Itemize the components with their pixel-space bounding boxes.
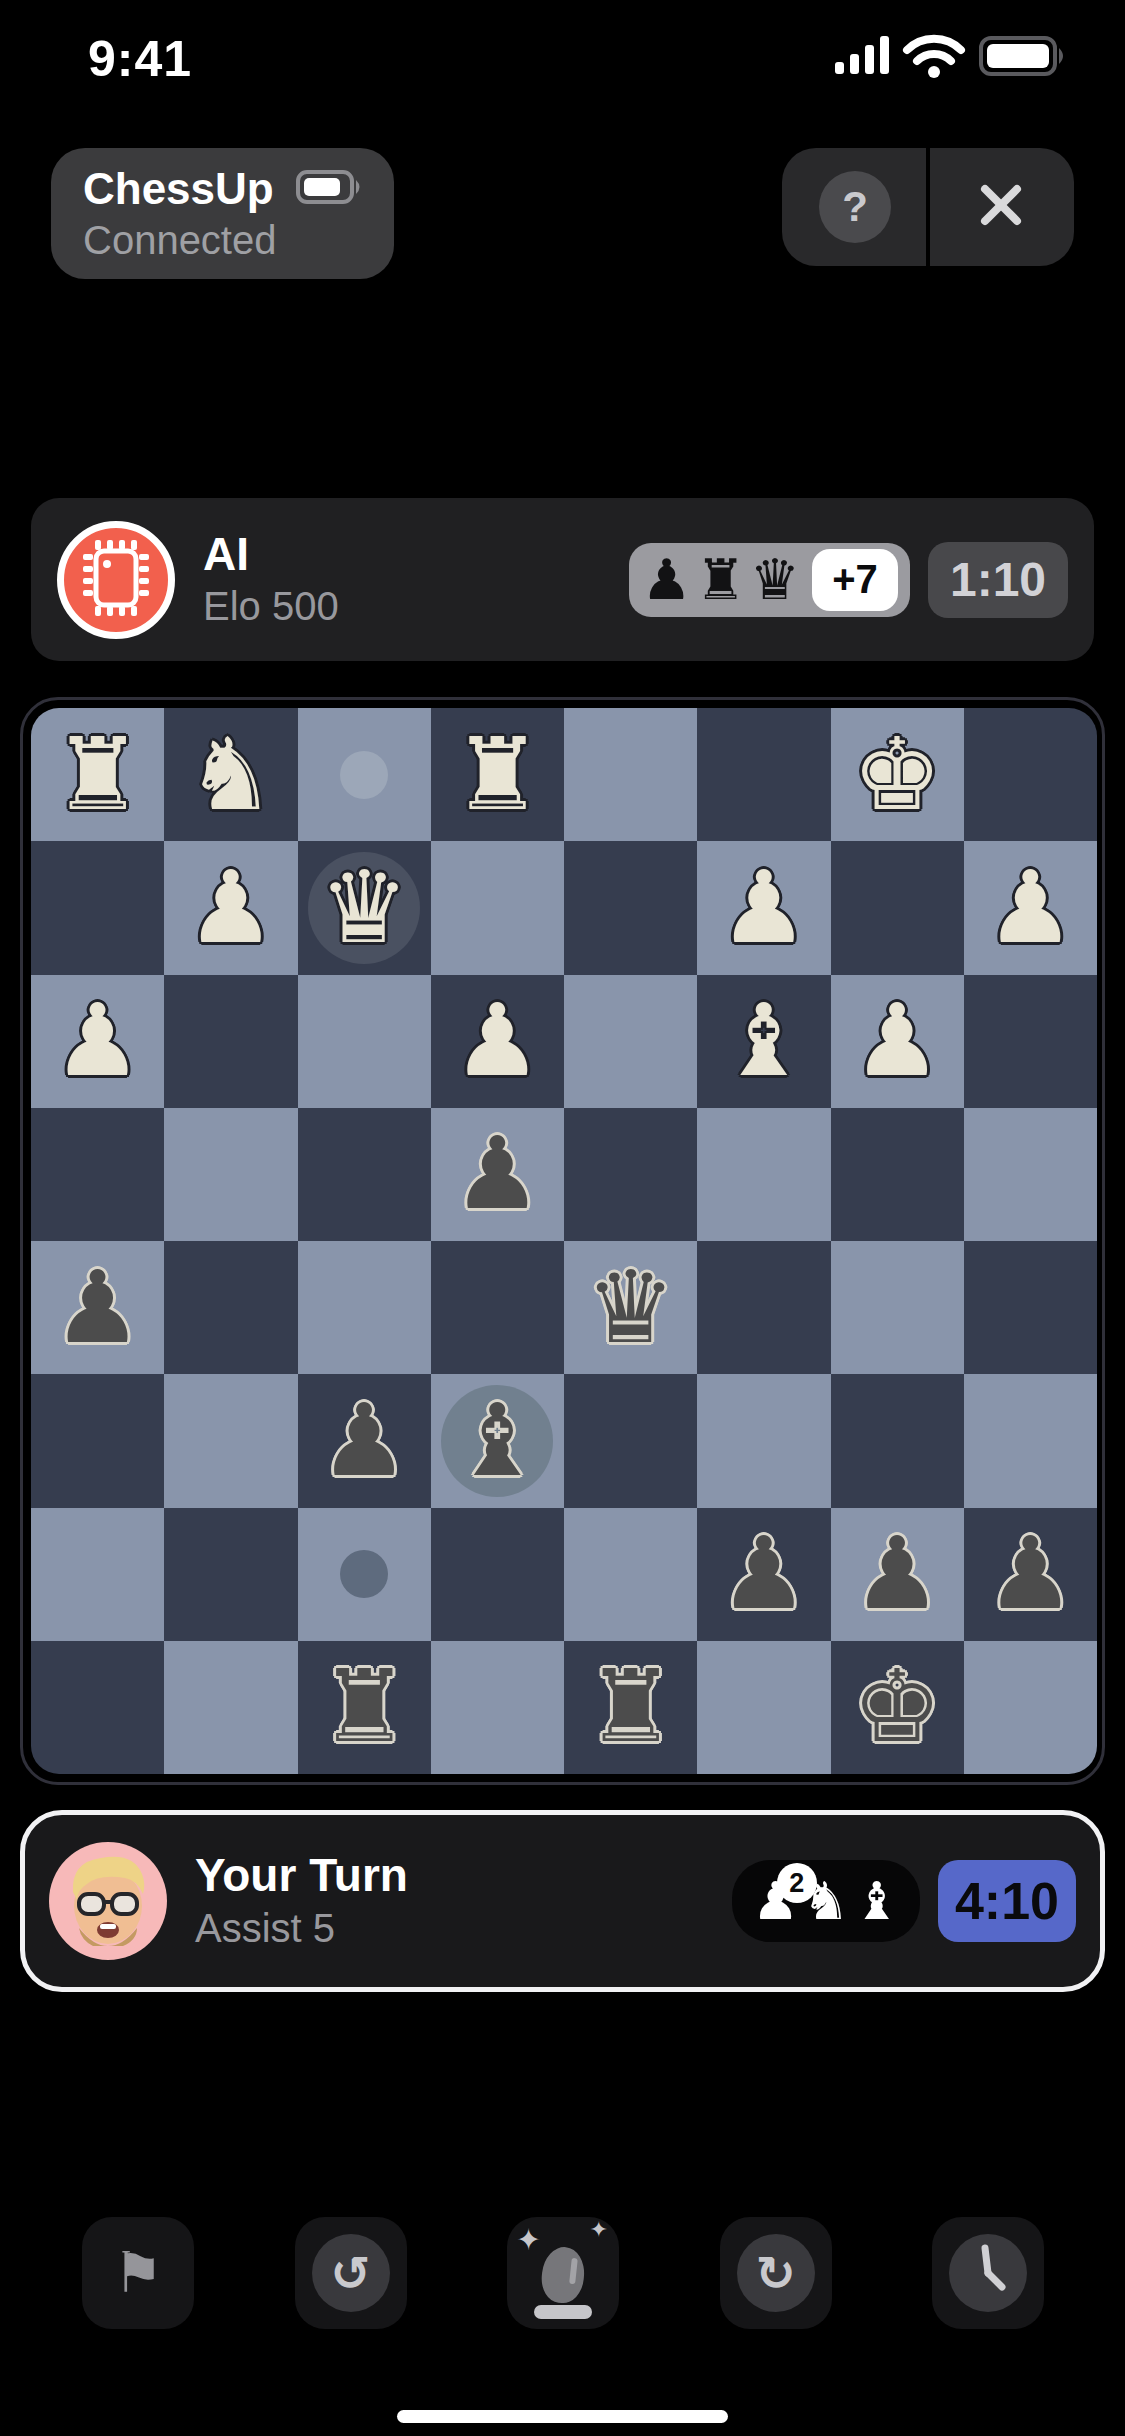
- help-button[interactable]: ?: [782, 148, 928, 266]
- square-f6[interactable]: ♟: [298, 1374, 431, 1507]
- square-e2[interactable]: [431, 841, 564, 974]
- square-g7[interactable]: [164, 1508, 297, 1641]
- player-turn-label: Your Turn: [195, 1851, 408, 1899]
- piece-bP-c7[interactable]: ♟: [719, 1524, 809, 1624]
- divider: [926, 148, 930, 266]
- piece-bP-e4[interactable]: ♟: [453, 1124, 543, 1224]
- square-d8[interactable]: ♜: [564, 1641, 697, 1774]
- piece-wP-c2[interactable]: ♟: [719, 858, 809, 958]
- redo-button[interactable]: ↻: [720, 2217, 832, 2329]
- piece-wB-c3[interactable]: ♝: [719, 991, 809, 1091]
- piece-bP-f6[interactable]: ♟: [319, 1391, 409, 1491]
- piece-wN-g1[interactable]: ♞: [186, 725, 276, 825]
- square-h7[interactable]: [31, 1508, 164, 1641]
- square-a1[interactable]: [964, 708, 1097, 841]
- square-g6[interactable]: [164, 1374, 297, 1507]
- square-g1[interactable]: ♞: [164, 708, 297, 841]
- captured-rook-icon: ♜: [696, 552, 746, 608]
- piece-wP-e3[interactable]: ♟: [453, 991, 543, 1091]
- square-g4[interactable]: [164, 1108, 297, 1241]
- square-e5[interactable]: [431, 1241, 564, 1374]
- captured-pawn-icon: ♟: [641, 552, 691, 608]
- square-f1[interactable]: [298, 708, 431, 841]
- player-captured-tray: ♟2♞♝: [732, 1860, 920, 1942]
- square-c7[interactable]: ♟: [697, 1508, 830, 1641]
- wifi-icon: [907, 39, 961, 61]
- square-c6[interactable]: [697, 1374, 830, 1507]
- player-assist-level: Assist 5: [195, 1906, 408, 1951]
- status-time: 9:41: [88, 30, 192, 88]
- material-advantage-badge: +7: [812, 549, 898, 611]
- square-b4[interactable]: [831, 1108, 964, 1241]
- piece-wQ-f2[interactable]: ♛: [319, 858, 409, 958]
- piece-bP-h5[interactable]: ♟: [53, 1258, 143, 1358]
- square-h1[interactable]: ♜: [31, 708, 164, 841]
- square-c3[interactable]: ♝: [697, 975, 830, 1108]
- square-b8[interactable]: ♚: [831, 1641, 964, 1774]
- opponent-clock: 1:10: [928, 542, 1068, 618]
- opponent-avatar[interactable]: [57, 521, 175, 639]
- device-status-pill[interactable]: ChessUp Connected: [51, 148, 394, 279]
- square-a7[interactable]: ♟: [964, 1508, 1097, 1641]
- piece-wP-b3[interactable]: ♟: [852, 991, 942, 1091]
- square-f4[interactable]: [298, 1108, 431, 1241]
- square-b3[interactable]: ♟: [831, 975, 964, 1108]
- square-d3[interactable]: [564, 975, 697, 1108]
- hint-button[interactable]: ✦ ✦: [507, 2217, 619, 2329]
- square-d7[interactable]: [564, 1508, 697, 1641]
- player-captured-pieces: ♟2♞♝: [752, 1875, 900, 1927]
- square-e3[interactable]: ♟: [431, 975, 564, 1108]
- board-shell: ♜♞♜♚♟♛♟♟♟♟♝♟♟♟♛♟♝♟♟♟♜♜♚: [20, 697, 1105, 1785]
- captured-pawn-icon: ♟2: [752, 1875, 799, 1927]
- square-d2[interactable]: [564, 841, 697, 974]
- device-battery-icon: [296, 170, 362, 208]
- opponent-captured-pieces: ♟♜♛: [641, 552, 800, 608]
- piece-bP-a7[interactable]: ♟: [986, 1524, 1076, 1624]
- square-c1[interactable]: [697, 708, 830, 841]
- square-a4[interactable]: [964, 1108, 1097, 1241]
- square-a5[interactable]: [964, 1241, 1097, 1374]
- square-f3[interactable]: [298, 975, 431, 1108]
- header: ChessUp Connected ?: [51, 148, 1074, 279]
- undo-button[interactable]: ↺: [295, 2217, 407, 2329]
- piece-bR-d8[interactable]: ♜: [586, 1657, 676, 1757]
- square-f8[interactable]: ♜: [298, 1641, 431, 1774]
- square-g2[interactable]: ♟: [164, 841, 297, 974]
- square-e6[interactable]: ♝: [431, 1374, 564, 1507]
- question-icon: ?: [819, 171, 891, 243]
- captured-queen-icon: ♛: [750, 552, 800, 608]
- captured-bishop-icon: ♝: [853, 1875, 900, 1927]
- move-hint-dot: [340, 751, 388, 799]
- player-avatar[interactable]: [49, 1842, 167, 1960]
- square-h2[interactable]: [31, 841, 164, 974]
- piece-wP-g2[interactable]: ♟: [186, 858, 276, 958]
- device-name: ChessUp: [83, 164, 274, 214]
- square-h5[interactable]: ♟: [31, 1241, 164, 1374]
- battery-icon: [981, 38, 1063, 74]
- square-g8[interactable]: [164, 1641, 297, 1774]
- square-e1[interactable]: ♜: [431, 708, 564, 841]
- square-b7[interactable]: ♟: [831, 1508, 964, 1641]
- square-h6[interactable]: [31, 1374, 164, 1507]
- piece-wP-a2[interactable]: ♟: [986, 858, 1076, 958]
- square-d5[interactable]: ♛: [564, 1241, 697, 1374]
- close-button[interactable]: [928, 148, 1074, 266]
- square-b2[interactable]: [831, 841, 964, 974]
- status-icons: [835, 34, 1075, 84]
- undo-icon: ↺: [312, 2234, 390, 2312]
- square-b1[interactable]: ♚: [831, 708, 964, 841]
- square-d4[interactable]: [564, 1108, 697, 1241]
- redo-icon: ↻: [737, 2234, 815, 2312]
- square-b5[interactable]: [831, 1241, 964, 1374]
- square-d6[interactable]: [564, 1374, 697, 1507]
- piece-bB-e6[interactable]: ♝: [453, 1391, 543, 1491]
- square-f5[interactable]: [298, 1241, 431, 1374]
- memoji-avatar-icon: [49, 1842, 167, 1960]
- player-card: Your Turn Assist 5 ♟2♞♝ 4:10: [20, 1810, 1105, 1992]
- square-a3[interactable]: [964, 975, 1097, 1108]
- piece-wR-e1[interactable]: ♜: [453, 725, 543, 825]
- square-c2[interactable]: ♟: [697, 841, 830, 974]
- square-d1[interactable]: [564, 708, 697, 841]
- square-b6[interactable]: [831, 1374, 964, 1507]
- captured-knight-icon: ♞: [803, 1875, 850, 1927]
- square-h3[interactable]: ♟: [31, 975, 164, 1108]
- opponent-captured-tray: ♟♜♛ +7: [629, 543, 910, 617]
- piece-bK-b8[interactable]: ♚: [852, 1657, 942, 1757]
- sparkle-icon: ✦: [590, 2219, 608, 2241]
- move-hint-dot: [340, 1550, 388, 1598]
- wifi-dot: [928, 66, 940, 78]
- sparkle-icon: ✦: [516, 2225, 541, 2255]
- resign-flag-button[interactable]: ⚑: [82, 2217, 194, 2329]
- opponent-name: AI: [203, 530, 339, 578]
- square-g3[interactable]: [164, 975, 297, 1108]
- help-close-group: ?: [782, 148, 1074, 266]
- clock-icon: [949, 2234, 1027, 2312]
- square-e8[interactable]: [431, 1641, 564, 1774]
- square-a6[interactable]: [964, 1374, 1097, 1507]
- square-a8[interactable]: [964, 1641, 1097, 1774]
- piece-bP-b7[interactable]: ♟: [852, 1524, 942, 1624]
- close-icon: [975, 179, 1027, 235]
- board: ♜♞♜♚♟♛♟♟♟♟♝♟♟♟♛♟♝♟♟♟♜♜♚: [31, 708, 1097, 1774]
- crystal-ball-icon: ✦ ✦: [518, 2225, 608, 2321]
- piece-wK-b1[interactable]: ♚: [852, 725, 942, 825]
- square-a2[interactable]: ♟: [964, 841, 1097, 974]
- opponent-card: AI Elo 500 ♟♜♛ +7 1:10: [31, 498, 1094, 661]
- cellular-signal-icon: [835, 36, 889, 74]
- piece-wP-h3[interactable]: ♟: [53, 991, 143, 1091]
- square-c4[interactable]: [697, 1108, 830, 1241]
- robot-chip-icon: [83, 540, 149, 620]
- clock-button[interactable]: [932, 2217, 1044, 2329]
- square-h8[interactable]: [31, 1641, 164, 1774]
- toolbar: ⚑ ↺ ✦ ✦ ↻: [82, 2217, 1044, 2329]
- piece-bQ-d5[interactable]: ♛: [586, 1258, 676, 1358]
- connection-status: Connected: [83, 218, 362, 263]
- square-g5[interactable]: [164, 1241, 297, 1374]
- square-f7[interactable]: [298, 1508, 431, 1641]
- square-h4[interactable]: [31, 1108, 164, 1241]
- piece-wR-h1[interactable]: ♜: [53, 725, 143, 825]
- player-clock[interactable]: 4:10: [938, 1860, 1076, 1942]
- square-f2[interactable]: ♛: [298, 841, 431, 974]
- flag-icon: ⚑: [113, 2245, 163, 2301]
- square-e4[interactable]: ♟: [431, 1108, 564, 1241]
- opponent-elo: Elo 500: [203, 584, 339, 629]
- square-e7[interactable]: [431, 1508, 564, 1641]
- piece-bR-f8[interactable]: ♜: [319, 1657, 409, 1757]
- square-c5[interactable]: [697, 1241, 830, 1374]
- home-indicator[interactable]: [397, 2410, 728, 2423]
- square-c8[interactable]: [697, 1641, 830, 1774]
